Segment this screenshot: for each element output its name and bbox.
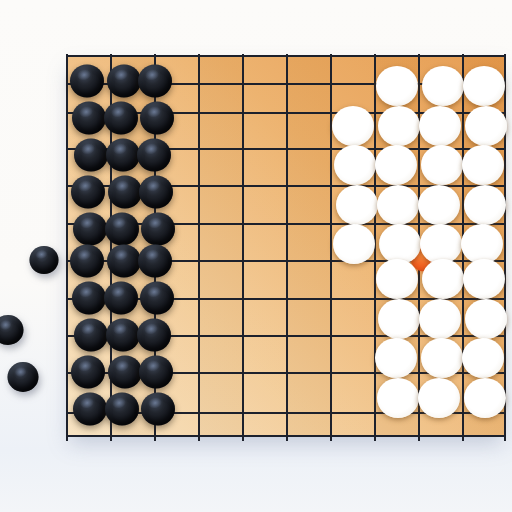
black-stone[interactable] (70, 65, 104, 98)
white-stone[interactable] (377, 378, 419, 418)
black-stone[interactable] (105, 213, 139, 246)
go-board[interactable] (66, 55, 506, 437)
grid-line (66, 55, 506, 57)
white-stone[interactable] (464, 378, 506, 418)
white-stone[interactable] (377, 185, 419, 225)
black-stone[interactable] (70, 245, 104, 278)
black-stone[interactable] (105, 393, 139, 426)
white-stone[interactable] (462, 338, 504, 378)
black-stone[interactable] (138, 65, 172, 98)
white-stone[interactable] (419, 106, 461, 146)
white-stone[interactable] (336, 185, 378, 225)
white-stone[interactable] (378, 299, 420, 339)
white-stone[interactable] (422, 66, 464, 106)
black-stone[interactable] (73, 393, 107, 426)
black-stone[interactable] (73, 213, 107, 246)
white-stone[interactable] (376, 259, 418, 299)
white-stone[interactable] (332, 106, 374, 146)
black-stone[interactable] (107, 65, 141, 98)
black-stone[interactable] (72, 102, 106, 135)
offboard-black-stone[interactable] (8, 362, 39, 392)
offboard-black-stone[interactable] (30, 246, 59, 274)
white-stone[interactable] (419, 299, 461, 339)
white-stone[interactable] (334, 145, 376, 185)
white-stone[interactable] (375, 338, 417, 378)
black-stone[interactable] (71, 176, 105, 209)
black-stone[interactable] (108, 176, 142, 209)
white-stone[interactable] (375, 145, 417, 185)
black-stone[interactable] (138, 245, 172, 278)
white-stone[interactable] (418, 185, 460, 225)
black-stone[interactable] (106, 139, 140, 172)
black-stone[interactable] (74, 139, 108, 172)
white-stone[interactable] (462, 145, 504, 185)
scene (0, 0, 512, 512)
white-stone[interactable] (421, 338, 463, 378)
white-stone[interactable] (333, 224, 375, 264)
white-stone[interactable] (418, 378, 460, 418)
black-stone[interactable] (72, 282, 106, 315)
white-stone[interactable] (421, 145, 463, 185)
black-stone[interactable] (140, 282, 174, 315)
white-stone[interactable] (376, 66, 418, 106)
black-stone[interactable] (141, 393, 175, 426)
white-stone[interactable] (464, 185, 506, 225)
white-stone[interactable] (463, 259, 505, 299)
black-stone[interactable] (139, 176, 173, 209)
grid-line (66, 435, 506, 437)
offboard-black-stone[interactable] (0, 315, 24, 345)
black-stone[interactable] (104, 282, 138, 315)
black-stone[interactable] (108, 356, 142, 389)
black-stone[interactable] (137, 139, 171, 172)
white-stone[interactable] (465, 106, 507, 146)
black-stone[interactable] (104, 102, 138, 135)
black-stone[interactable] (141, 213, 175, 246)
white-stone[interactable] (378, 106, 420, 146)
black-stone[interactable] (107, 245, 141, 278)
black-stone[interactable] (74, 319, 108, 352)
black-stone[interactable] (137, 319, 171, 352)
white-stone[interactable] (422, 259, 464, 299)
black-stone[interactable] (139, 356, 173, 389)
black-stone[interactable] (106, 319, 140, 352)
white-stone[interactable] (463, 66, 505, 106)
black-stone[interactable] (140, 102, 174, 135)
white-stone[interactable] (465, 299, 507, 339)
black-stone[interactable] (71, 356, 105, 389)
